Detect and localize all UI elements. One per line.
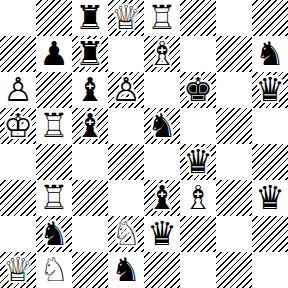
square-f5[interactable] [180,108,216,144]
black-rook-piece: ♜ [75,36,105,72]
black-rook-piece: ♜ [75,0,105,36]
square-h3[interactable]: ♛ [252,180,288,216]
white-bishop-piece: ♗ [147,36,177,72]
square-f3[interactable]: ♗ [180,180,216,216]
square-a4[interactable] [0,144,36,180]
square-f4[interactable]: ♛ [180,144,216,180]
square-d5[interactable] [108,108,144,144]
square-b6[interactable] [36,72,72,108]
square-e5[interactable]: ♞ [144,108,180,144]
white-rook-piece: ♖ [39,180,69,216]
white-pawn-piece: ♙ [3,72,33,108]
black-bishop-piece: ♝ [75,108,105,144]
square-f2[interactable] [180,216,216,252]
black-queen-piece: ♛ [255,180,285,216]
square-b2[interactable]: ♞ [36,216,72,252]
square-b5[interactable]: ♖ [36,108,72,144]
square-a2[interactable] [0,216,36,252]
square-f1[interactable] [180,252,216,288]
black-knight-piece: ♞ [111,252,141,288]
square-e4[interactable] [144,144,180,180]
white-queen-piece: ♕ [111,0,141,36]
square-b4[interactable] [36,144,72,180]
square-e7[interactable]: ♗ [144,36,180,72]
square-d1[interactable]: ♞ [108,252,144,288]
square-g5[interactable] [216,108,252,144]
square-b3[interactable]: ♖ [36,180,72,216]
black-knight-piece: ♞ [147,108,177,144]
square-a6[interactable]: ♙ [0,72,36,108]
black-queen-piece: ♛ [147,216,177,252]
square-h6[interactable]: ♛ [252,72,288,108]
square-d8[interactable]: ♕ [108,0,144,36]
square-g3[interactable] [216,180,252,216]
chess-board: ♜♕♖♟♜♗♞♙♝♙♚♛♔♖♝♞♛♖♝♗♛♞♘♛♕♘♞ [0,0,288,288]
black-queen-piece: ♛ [255,72,285,108]
square-f7[interactable] [180,36,216,72]
square-f6[interactable]: ♚ [180,72,216,108]
square-b8[interactable] [36,0,72,36]
square-g8[interactable] [216,0,252,36]
black-queen-piece: ♛ [183,144,213,180]
white-queen-piece: ♕ [3,252,33,288]
square-c7[interactable]: ♜ [72,36,108,72]
black-king-piece: ♚ [183,72,213,108]
square-c6[interactable]: ♝ [72,72,108,108]
square-h2[interactable] [252,216,288,252]
square-e1[interactable] [144,252,180,288]
square-d6[interactable]: ♙ [108,72,144,108]
square-d7[interactable] [108,36,144,72]
square-f8[interactable] [180,0,216,36]
square-d2[interactable]: ♘ [108,216,144,252]
square-a3[interactable] [0,180,36,216]
square-g7[interactable] [216,36,252,72]
square-g1[interactable] [216,252,252,288]
square-g4[interactable] [216,144,252,180]
square-c4[interactable] [72,144,108,180]
white-bishop-piece: ♗ [183,180,213,216]
square-a7[interactable] [0,36,36,72]
square-d3[interactable] [108,180,144,216]
square-e6[interactable] [144,72,180,108]
square-h4[interactable] [252,144,288,180]
square-c2[interactable] [72,216,108,252]
square-g6[interactable] [216,72,252,108]
square-c5[interactable]: ♝ [72,108,108,144]
black-bishop-piece: ♝ [75,72,105,108]
square-h8[interactable] [252,0,288,36]
square-c3[interactable] [72,180,108,216]
white-rook-piece: ♖ [39,108,69,144]
square-a5[interactable]: ♔ [0,108,36,144]
square-c8[interactable]: ♜ [72,0,108,36]
square-c1[interactable] [72,252,108,288]
square-b7[interactable]: ♟ [36,36,72,72]
square-a1[interactable]: ♕ [0,252,36,288]
square-h7[interactable]: ♞ [252,36,288,72]
white-king-piece: ♔ [3,108,33,144]
white-rook-piece: ♖ [147,0,177,36]
black-bishop-piece: ♝ [147,180,177,216]
square-e2[interactable]: ♛ [144,216,180,252]
white-knight-piece: ♘ [111,216,141,252]
square-e3[interactable]: ♝ [144,180,180,216]
black-knight-piece: ♞ [39,216,69,252]
square-g2[interactable] [216,216,252,252]
square-h1[interactable] [252,252,288,288]
white-knight-piece: ♘ [39,252,69,288]
square-e8[interactable]: ♖ [144,0,180,36]
square-a8[interactable] [0,0,36,36]
square-b1[interactable]: ♘ [36,252,72,288]
white-pawn-piece: ♙ [111,72,141,108]
square-h5[interactable] [252,108,288,144]
square-d4[interactable] [108,144,144,180]
black-knight-piece: ♞ [255,36,285,72]
black-pawn-piece: ♟ [39,36,69,72]
